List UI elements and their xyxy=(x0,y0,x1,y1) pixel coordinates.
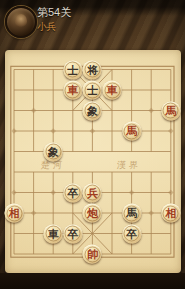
piece-black-馬[interactable]: 馬 xyxy=(122,204,141,223)
piece-red-相[interactable]: 相 xyxy=(5,204,24,223)
piece-red-相[interactable]: 相 xyxy=(161,204,180,223)
river-label-han-jie: 漢界 xyxy=(117,159,142,172)
piece-red-兵[interactable]: 兵 xyxy=(83,183,102,202)
player-avatar[interactable] xyxy=(5,6,37,38)
piece-black-卒[interactable]: 卒 xyxy=(122,224,141,243)
header: 第54关 小兵 xyxy=(0,0,185,48)
piece-red-帥[interactable]: 帥 xyxy=(83,245,102,264)
piece-black-士[interactable]: 士 xyxy=(63,60,82,79)
piece-black-卒[interactable]: 卒 xyxy=(63,183,82,202)
piece-black-象[interactable]: 象 xyxy=(44,142,63,161)
piece-black-象[interactable]: 象 xyxy=(83,101,102,120)
piece-black-車[interactable]: 車 xyxy=(44,224,63,243)
piece-red-車[interactable]: 車 xyxy=(63,81,82,100)
game-screen: 第54关 小兵 楚河 漢界 士将車士車象馬馬象卒兵相炮馬相車卒卒帥 xyxy=(0,0,185,289)
player-info: 第54关 小兵 xyxy=(37,7,71,32)
rank-label: 小兵 xyxy=(37,22,71,32)
piece-black-将[interactable]: 将 xyxy=(83,60,102,79)
bottom-wood-strip xyxy=(0,273,185,289)
piece-red-車[interactable]: 車 xyxy=(103,81,122,100)
xiangqi-board[interactable]: 楚河 漢界 士将車士車象馬馬象卒兵相炮馬相車卒卒帥 xyxy=(5,50,181,273)
piece-red-馬[interactable]: 馬 xyxy=(161,101,180,120)
piece-black-士[interactable]: 士 xyxy=(83,81,102,100)
piece-black-卒[interactable]: 卒 xyxy=(63,224,82,243)
piece-red-馬[interactable]: 馬 xyxy=(122,122,141,141)
level-label: 第54关 xyxy=(37,7,71,18)
piece-red-炮[interactable]: 炮 xyxy=(83,204,102,223)
